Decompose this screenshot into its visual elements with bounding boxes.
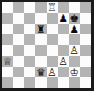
square-e8[interactable]: ♖: [47, 2, 58, 13]
square-a3[interactable]: ♕: [2, 56, 13, 67]
white-queen: ♕: [3, 56, 12, 66]
square-g5[interactable]: [69, 34, 80, 45]
square-c5[interactable]: [24, 34, 35, 45]
square-a8[interactable]: [2, 2, 13, 13]
square-h2[interactable]: [80, 67, 91, 78]
square-f8[interactable]: [58, 2, 69, 13]
square-c8[interactable]: [24, 2, 35, 13]
square-b7[interactable]: [13, 13, 24, 24]
square-f2[interactable]: [58, 67, 69, 78]
square-b4[interactable]: [13, 45, 24, 56]
square-e1[interactable]: [47, 77, 58, 88]
black-pawn: ♟: [70, 24, 79, 34]
square-c3[interactable]: [24, 56, 35, 67]
square-h6[interactable]: [80, 24, 91, 35]
square-a6[interactable]: [2, 24, 13, 35]
square-f6[interactable]: [58, 24, 69, 35]
square-b5[interactable]: [13, 34, 24, 45]
white-pawn: ♙: [58, 56, 67, 66]
square-e7[interactable]: [47, 13, 58, 24]
square-f7[interactable]: ♟: [58, 13, 69, 24]
square-g1[interactable]: [69, 77, 80, 88]
square-b2[interactable]: [13, 67, 24, 78]
black-rook: ♜: [36, 24, 45, 34]
square-d1[interactable]: [35, 77, 46, 88]
square-d2[interactable]: ♛: [35, 67, 46, 78]
square-c7[interactable]: [24, 13, 35, 24]
square-b6[interactable]: [13, 24, 24, 35]
square-d3[interactable]: [35, 56, 46, 67]
square-b8[interactable]: [13, 2, 24, 13]
square-a2[interactable]: [2, 67, 13, 78]
square-d7[interactable]: [35, 13, 46, 24]
square-d8[interactable]: [35, 2, 46, 13]
square-c2[interactable]: [24, 67, 35, 78]
square-a5[interactable]: [2, 34, 13, 45]
square-h3[interactable]: [80, 56, 91, 67]
square-e3[interactable]: [47, 56, 58, 67]
square-h5[interactable]: [80, 34, 91, 45]
square-f5[interactable]: [58, 34, 69, 45]
square-a1[interactable]: [2, 77, 13, 88]
square-g4[interactable]: ♙: [69, 45, 80, 56]
square-a7[interactable]: [2, 13, 13, 24]
white-pawn: ♙: [47, 67, 56, 77]
square-f3[interactable]: ♙: [58, 56, 69, 67]
square-b3[interactable]: [13, 56, 24, 67]
square-g7[interactable]: ♚: [69, 13, 80, 24]
black-queen: ♛: [36, 67, 45, 77]
square-h4[interactable]: [80, 45, 91, 56]
square-d4[interactable]: [35, 45, 46, 56]
black-king: ♚: [70, 13, 79, 23]
square-g6[interactable]: ♟: [69, 24, 80, 35]
black-pawn: ♟: [58, 13, 67, 23]
white-rook: ♖: [47, 2, 56, 12]
square-f4[interactable]: [58, 45, 69, 56]
square-h1[interactable]: [80, 77, 91, 88]
white-king: ♔: [70, 67, 79, 77]
square-f1[interactable]: [58, 77, 69, 88]
square-e5[interactable]: [47, 34, 58, 45]
square-c4[interactable]: [24, 45, 35, 56]
square-c6[interactable]: [24, 24, 35, 35]
square-h7[interactable]: [80, 13, 91, 24]
square-a4[interactable]: [2, 45, 13, 56]
square-d6[interactable]: ♜: [35, 24, 46, 35]
square-e4[interactable]: [47, 45, 58, 56]
square-b1[interactable]: [13, 77, 24, 88]
square-g3[interactable]: [69, 56, 80, 67]
square-g8[interactable]: [69, 2, 80, 13]
chess-board: ♖♟♚♜♟♙♕♙♛♙♔: [2, 2, 91, 88]
white-pawn: ♙: [70, 45, 79, 55]
square-h8[interactable]: [80, 2, 91, 13]
chess-diagram: ♖♟♚♜♟♙♕♙♛♙♔: [0, 0, 94, 91]
square-c1[interactable]: [24, 77, 35, 88]
square-g2[interactable]: ♔: [69, 67, 80, 78]
square-d5[interactable]: [35, 34, 46, 45]
square-e6[interactable]: [47, 24, 58, 35]
square-e2[interactable]: ♙: [47, 67, 58, 78]
